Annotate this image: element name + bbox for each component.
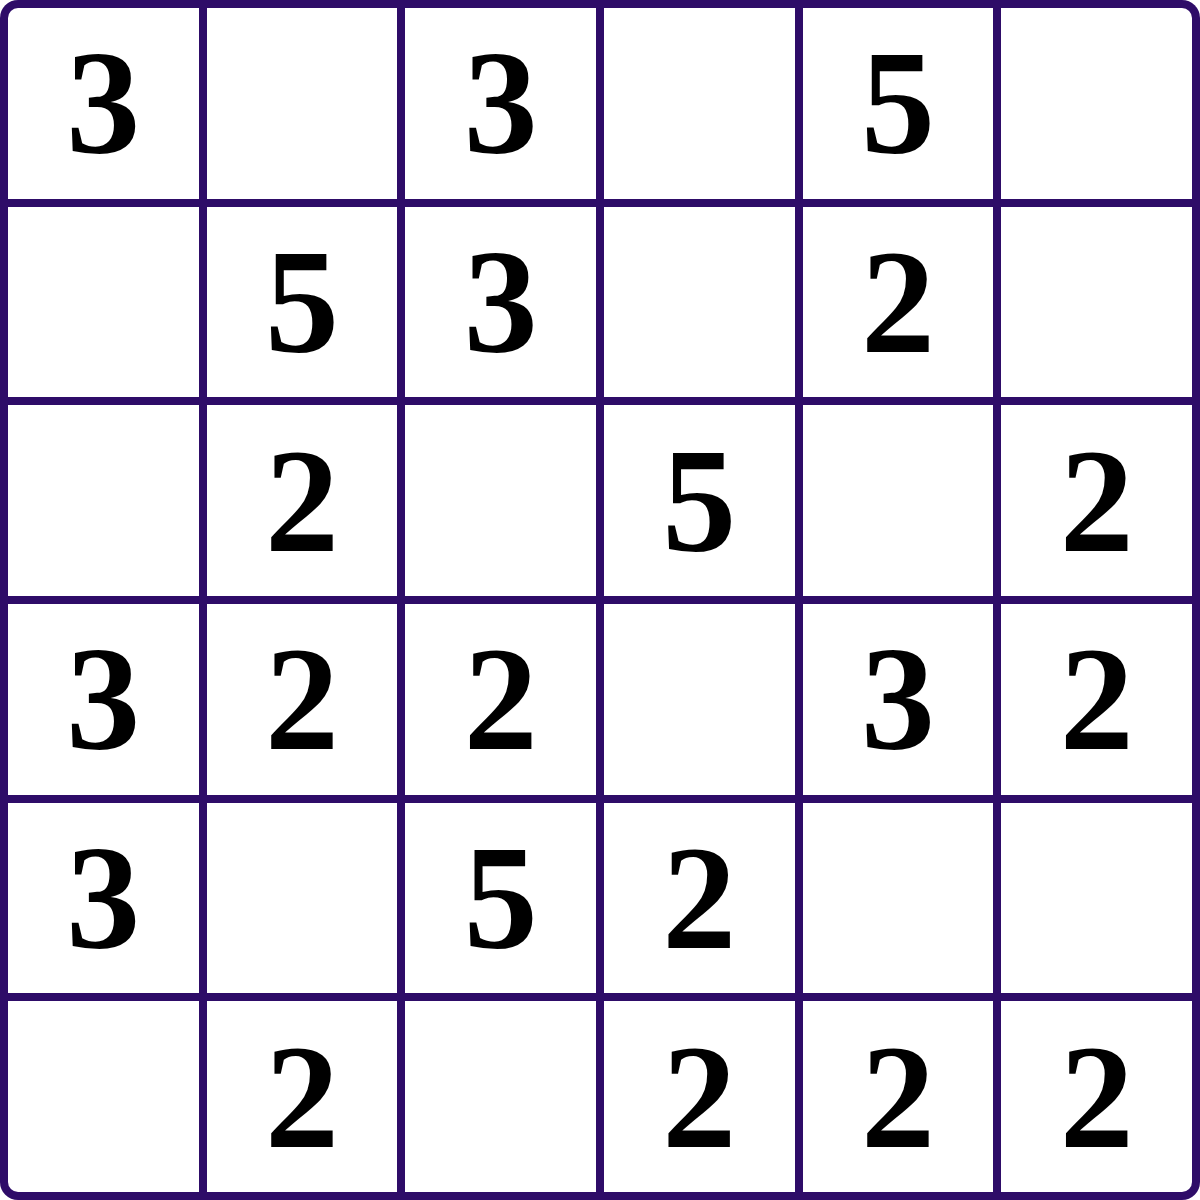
cell-r1c3: 3 <box>405 8 596 199</box>
cell-r6c3[interactable] <box>405 1001 596 1192</box>
cell-r1c2[interactable] <box>207 8 398 199</box>
clue-digit: 2 <box>861 228 935 376</box>
cell-r5c2[interactable] <box>207 803 398 994</box>
cell-r6c5: 2 <box>803 1001 994 1192</box>
cell-r4c4[interactable] <box>604 604 795 795</box>
cell-r4c2: 2 <box>207 604 398 795</box>
clue-digit: 3 <box>66 29 140 177</box>
cell-r6c1[interactable] <box>8 1001 199 1192</box>
cell-r3c2: 2 <box>207 405 398 596</box>
cell-r5c3: 5 <box>405 803 596 994</box>
clue-digit: 3 <box>66 824 140 972</box>
cell-r1c1: 3 <box>8 8 199 199</box>
clue-digit: 2 <box>662 824 736 972</box>
cell-r5c6[interactable] <box>1001 803 1192 994</box>
cell-r3c3[interactable] <box>405 405 596 596</box>
cell-r6c2: 2 <box>207 1001 398 1192</box>
cell-r3c4: 5 <box>604 405 795 596</box>
cell-r4c6: 2 <box>1001 604 1192 795</box>
cell-r5c1: 3 <box>8 803 199 994</box>
clue-digit: 2 <box>1060 1023 1134 1171</box>
cell-r2c1[interactable] <box>8 207 199 398</box>
cell-r4c3: 2 <box>405 604 596 795</box>
cell-r5c5[interactable] <box>803 803 994 994</box>
cell-r2c2: 5 <box>207 207 398 398</box>
clue-digit: 3 <box>464 228 538 376</box>
cell-r5c4: 2 <box>604 803 795 994</box>
cell-r2c4[interactable] <box>604 207 795 398</box>
puzzle-board-frame: 335532252322323522222 <box>0 0 1200 1200</box>
clue-digit: 5 <box>265 228 339 376</box>
cell-r3c1[interactable] <box>8 405 199 596</box>
board-grid: 335532252322323522222 <box>8 8 1192 1192</box>
clue-digit: 5 <box>861 29 935 177</box>
cell-r1c5: 5 <box>803 8 994 199</box>
clue-digit: 3 <box>66 625 140 773</box>
cell-r3c6: 2 <box>1001 405 1192 596</box>
cell-r3c5[interactable] <box>803 405 994 596</box>
clue-digit: 2 <box>265 427 339 575</box>
cell-r2c6[interactable] <box>1001 207 1192 398</box>
clue-digit: 2 <box>861 1023 935 1171</box>
cell-r6c4: 2 <box>604 1001 795 1192</box>
clue-digit: 2 <box>662 1023 736 1171</box>
cell-r4c5: 3 <box>803 604 994 795</box>
cell-r1c6[interactable] <box>1001 8 1192 199</box>
clue-digit: 2 <box>1060 625 1134 773</box>
clue-digit: 2 <box>464 625 538 773</box>
clue-digit: 2 <box>265 625 339 773</box>
clue-digit: 5 <box>662 427 736 575</box>
clue-digit: 2 <box>1060 427 1134 575</box>
cell-r1c4[interactable] <box>604 8 795 199</box>
clue-digit: 2 <box>265 1023 339 1171</box>
cell-r2c3: 3 <box>405 207 596 398</box>
clue-digit: 3 <box>464 29 538 177</box>
clue-digit: 5 <box>464 824 538 972</box>
clue-digit: 3 <box>861 625 935 773</box>
cell-r2c5: 2 <box>803 207 994 398</box>
cell-r4c1: 3 <box>8 604 199 795</box>
cell-r6c6: 2 <box>1001 1001 1192 1192</box>
